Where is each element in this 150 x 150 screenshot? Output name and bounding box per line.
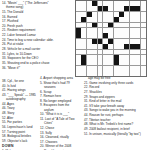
grid-cell[interactable] <box>98 12 103 17</box>
grid-cell[interactable] <box>87 60 92 65</box>
grid-cell[interactable] <box>98 66 103 71</box>
grid-cell[interactable] <box>103 39 108 44</box>
crossword-puzzle-page: 14. "Movin' ___" ("The Jeffersons" theme… <box>0 0 150 150</box>
grid-cell[interactable] <box>76 60 81 65</box>
grid-cell[interactable] <box>76 23 81 28</box>
grid-cell[interactable] <box>130 1 135 6</box>
grid-cell[interactable] <box>87 17 92 22</box>
clue-item: 46. Teary <box>2 106 38 110</box>
grid-cell[interactable] <box>108 6 113 11</box>
black-square <box>119 12 124 17</box>
black-square <box>103 33 108 38</box>
grid-cell[interactable] <box>119 6 124 11</box>
clue-item: 48. Story <box>2 111 38 115</box>
clue-item: 52. Alter <box>2 116 38 120</box>
grid-cell[interactable] <box>92 55 97 60</box>
grid-cell[interactable] <box>76 1 81 6</box>
grid-cell[interactable] <box>141 33 146 38</box>
grid-cell[interactable] <box>87 23 92 28</box>
grid-cell[interactable] <box>76 44 81 49</box>
grid-cell[interactable] <box>98 28 103 33</box>
clue-item: 43. "___ Speak" — 1985 autobiography <box>2 93 38 102</box>
black-square <box>135 6 140 11</box>
grid-cell[interactable] <box>141 1 146 6</box>
grid-cell[interactable] <box>114 44 119 49</box>
grid-cell[interactable] <box>114 66 119 71</box>
grid-cell[interactable] <box>87 28 92 33</box>
grid-cell[interactable] <box>87 33 92 38</box>
grid-cell[interactable] <box>103 55 108 60</box>
grid-cell[interactable] <box>119 39 124 44</box>
grid-cell[interactable] <box>87 6 92 11</box>
grid-cell[interactable] <box>124 66 129 71</box>
clue-item: 5. Show that's had 79 seasons <box>40 81 78 90</box>
clue-item: 43. Songs to wake you in the morning <box>84 108 147 112</box>
grid-cell[interactable] <box>130 33 135 38</box>
grid-cell[interactable] <box>114 6 119 11</box>
down-clue: 1. Mobs <box>2 149 38 150</box>
clue-item: 21. Reuben requirement <box>2 28 56 32</box>
grid-cell[interactable] <box>81 6 86 11</box>
grid-cell[interactable] <box>135 1 140 6</box>
grid-cell[interactable] <box>92 6 97 11</box>
grid-cell[interactable] <box>124 17 129 22</box>
grid-cell[interactable] <box>114 28 119 33</box>
clue-item: 16. Earned <box>2 15 56 19</box>
grid-cell[interactable] <box>124 28 129 33</box>
grid-cell[interactable] <box>87 55 92 60</box>
grid-cell[interactable] <box>141 23 146 28</box>
across-clues-column: 14. "Movin' ___" ("The Jeffersons" theme… <box>2 1 56 70</box>
grid-cell[interactable] <box>124 39 129 44</box>
clue-item: 14. "Movin' ___" ("The Jeffersons" theme… <box>2 1 56 10</box>
black-square <box>135 44 140 49</box>
grid-cell[interactable] <box>124 50 129 55</box>
clue-item: 16. Cleansed, ritually <box>40 135 78 139</box>
grid-cell[interactable] <box>119 50 124 55</box>
grid-cell[interactable] <box>81 50 86 55</box>
clue-item: 38. Cpl., for one <box>2 79 38 83</box>
clue-item: 51. In unison, musically (literally "by … <box>84 132 147 136</box>
clue-item: 13. Sully <box>40 131 78 135</box>
grid-cell[interactable] <box>103 23 108 28</box>
black-square <box>81 60 86 65</box>
grid-cell[interactable] <box>135 50 140 55</box>
grid-cell[interactable] <box>76 55 81 60</box>
grid-cell[interactable] <box>81 44 86 49</box>
grid-cell[interactable] <box>141 44 146 49</box>
black-square <box>130 44 135 49</box>
grid-cell[interactable] <box>103 17 108 22</box>
grid-cell[interactable] <box>98 55 103 60</box>
grid-cell[interactable] <box>108 66 113 71</box>
grid-cell[interactable] <box>130 28 135 33</box>
black-square <box>98 39 103 44</box>
grid-cell[interactable] <box>124 1 129 6</box>
clue-continuation-line: age may be free <box>84 76 147 80</box>
clue-item: 49. 2008 bailout recipient, in brief <box>84 127 147 131</box>
grid-cell[interactable] <box>119 44 124 49</box>
black-square <box>81 55 86 60</box>
down-section-header: DOWN <box>2 144 38 148</box>
grid-cell[interactable] <box>130 39 135 44</box>
grid-cell[interactable] <box>141 66 146 71</box>
black-square <box>108 23 113 28</box>
down-clues-column-continued: age may be free 21. Game involving only … <box>84 76 147 136</box>
grid-cell[interactable] <box>130 66 135 71</box>
grid-cell[interactable] <box>103 66 108 71</box>
clue-item: 58. Biological bristles <box>2 134 38 138</box>
grid-cell[interactable] <box>124 60 129 65</box>
clue-item: 48. What is Mr. Trebek's first name? <box>84 122 147 126</box>
clue-item: 20. Fresh push <box>2 24 56 28</box>
grid-cell[interactable] <box>87 66 92 71</box>
clue-item: 26. Put at stake <box>2 42 56 46</box>
grid-cell[interactable] <box>141 55 146 60</box>
black-square <box>92 23 97 28</box>
grid-cell[interactable] <box>76 6 81 11</box>
grid-cell[interactable] <box>108 60 113 65</box>
grid-cell[interactable] <box>108 17 113 22</box>
black-square <box>81 17 86 22</box>
grid-cell[interactable] <box>87 1 92 6</box>
grid-cell[interactable] <box>87 44 92 49</box>
clue-item: 20. Winner of the 2008 Republican primar… <box>40 144 78 150</box>
clue-item: 55. For parties <box>2 120 38 124</box>
grid-cell[interactable] <box>124 33 129 38</box>
grid-cell[interactable] <box>130 12 135 17</box>
grid-cell[interactable] <box>119 28 124 33</box>
grid-cell[interactable] <box>114 23 119 28</box>
clue-item: 31. Lyles, to 10-Down <box>2 52 56 56</box>
grid-cell[interactable] <box>76 50 81 55</box>
grid-cell[interactable] <box>76 66 81 71</box>
black-square <box>103 6 108 11</box>
black-square <box>108 39 113 44</box>
grid-cell[interactable] <box>92 44 97 49</box>
clue-item: 9. Escapees from the asylum <box>40 103 78 112</box>
black-square <box>76 33 81 38</box>
clue-item: 12. Chose <box>40 126 78 130</box>
grid-cell[interactable] <box>135 60 140 65</box>
grid-cell[interactable] <box>114 50 119 55</box>
grid-cell[interactable] <box>119 1 124 6</box>
black-square <box>98 6 103 11</box>
grid-cell[interactable] <box>130 17 135 22</box>
grid-cell[interactable] <box>98 1 103 6</box>
clue-item: 29. Snaps and zippers <box>84 95 147 99</box>
clue-item: 21. Game involving only three cards <box>84 81 147 85</box>
grid-cell[interactable] <box>108 44 113 49</box>
black-square <box>114 17 119 22</box>
clue-item: 57. Turning point <box>2 130 38 134</box>
grid-cell[interactable] <box>141 17 146 22</box>
grid-cell[interactable] <box>114 39 119 44</box>
black-square <box>87 12 92 17</box>
clue-item: 28. Vehicle for a mail carrier <box>2 47 56 51</box>
grid-cell[interactable] <box>135 39 140 44</box>
clue-item: 41. Having wings <box>2 88 38 92</box>
grid-cell[interactable] <box>114 1 119 6</box>
clue-item: 36. "Move it!" <box>2 66 56 70</box>
grid-cell[interactable] <box>81 1 86 6</box>
clue-item: 35. Shouting end to a police chase <box>2 61 56 65</box>
grid-cell[interactable] <box>108 1 113 6</box>
crossword-grid <box>75 0 147 77</box>
grid-cell[interactable] <box>81 39 86 44</box>
grid-cell[interactable] <box>141 50 146 55</box>
grid-cell[interactable] <box>124 23 129 28</box>
black-square <box>76 28 81 33</box>
grid-cell[interactable] <box>76 39 81 44</box>
grid-cell[interactable] <box>81 23 86 28</box>
grid-cell[interactable] <box>87 39 92 44</box>
grid-cell[interactable] <box>98 50 103 55</box>
clue-item: 22. Record <box>84 85 147 89</box>
grid-cell[interactable] <box>98 33 103 38</box>
down-clues-column: 4. Airport shopping area5. Show that's h… <box>40 76 78 150</box>
black-square <box>92 39 97 44</box>
grid-cell[interactable] <box>135 66 140 71</box>
grid-cell[interactable] <box>98 60 103 65</box>
grid-cell[interactable] <box>108 12 113 17</box>
grid-cell[interactable] <box>130 50 135 55</box>
clue-item: 17. Chooses <box>40 140 78 144</box>
grid-cell[interactable] <box>103 1 108 6</box>
grid-cell[interactable] <box>81 33 86 38</box>
grid-cell[interactable] <box>92 28 97 33</box>
clue-item: 24. Time to buy a new calendar: abbr. <box>2 38 56 42</box>
grid-cell[interactable] <box>114 33 119 38</box>
grid-cell[interactable] <box>130 55 135 60</box>
clue-item: 27. Shackles <box>84 90 147 94</box>
grid-cell[interactable] <box>119 60 124 65</box>
clue-item: 44. Reason for rust, perhaps <box>84 113 147 117</box>
grid-cell[interactable] <box>92 17 97 22</box>
black-square <box>124 44 129 49</box>
grid-cell[interactable] <box>141 6 146 11</box>
grid-cell[interactable] <box>108 33 113 38</box>
grid-cell[interactable] <box>108 55 113 60</box>
grid-cell[interactable] <box>108 50 113 55</box>
clue-item: 41. It'll take your breath away <box>84 104 147 108</box>
grid-cell[interactable] <box>108 28 113 33</box>
clue-item: 11. Last of "A Tale of Two Cities" <box>40 117 78 126</box>
grid-cell[interactable] <box>141 12 146 17</box>
clue-item: 8. No longer employed <box>40 99 78 103</box>
grid-cell[interactable] <box>114 12 119 17</box>
grid-cell[interactable] <box>119 23 124 28</box>
grid-cell[interactable] <box>135 33 140 38</box>
grid-cell[interactable] <box>135 17 140 22</box>
grid-cell[interactable] <box>130 60 135 65</box>
grid-cell[interactable] <box>92 50 97 55</box>
clue-list: 38. Cpl., for one40. Is livid41. Having … <box>2 79 38 143</box>
grid-cell[interactable] <box>76 12 81 17</box>
grid-cell[interactable] <box>92 33 97 38</box>
grid-cell[interactable] <box>119 33 124 38</box>
grid-cell[interactable] <box>124 55 129 60</box>
grid-cell[interactable] <box>135 55 140 60</box>
grid-cell[interactable] <box>98 17 103 22</box>
black-square <box>92 1 97 6</box>
clue-item: 33. Stopovers for the CEO <box>2 56 56 60</box>
grid-cell[interactable] <box>119 66 124 71</box>
clue-list: 21. Game involving only three cards22. R… <box>84 81 147 136</box>
grid-cell[interactable] <box>103 28 108 33</box>
clue-item: 15. The Donald <box>2 10 56 14</box>
grid-cell[interactable] <box>92 66 97 71</box>
clue-item: 7. Remain here <box>40 94 78 98</box>
grid-cell[interactable] <box>124 12 129 17</box>
grid-cell[interactable] <box>135 28 140 33</box>
across-clues-column-continued: 38. Cpl., for one40. Is livid41. Having … <box>2 79 38 150</box>
grid-cell[interactable] <box>119 17 124 22</box>
grid-cell[interactable] <box>130 23 135 28</box>
black-square <box>114 60 119 65</box>
grid-cell[interactable] <box>141 28 146 33</box>
clue-item: 44. Ages <box>2 102 38 106</box>
grid-cell[interactable] <box>87 50 92 55</box>
grid-cell[interactable] <box>81 28 86 33</box>
clue-item: 59. Objector's lack <box>2 139 38 143</box>
clue-item: 17. Flushed <box>2 19 56 23</box>
clue-item: 10. "What it is is ___" <box>40 112 78 116</box>
grid-cell[interactable] <box>92 12 97 17</box>
grid-cell[interactable] <box>81 12 86 17</box>
grid-cell[interactable] <box>119 55 124 60</box>
grid-cell[interactable] <box>135 23 140 28</box>
grid-cell[interactable] <box>103 12 108 17</box>
grid-cell[interactable] <box>141 60 146 65</box>
black-square <box>103 44 108 49</box>
clue-item: 56. Leprechaun's land <box>2 125 38 129</box>
black-square <box>124 6 129 11</box>
grid-cell[interactable] <box>98 23 103 28</box>
clue-item: 40. Is livid <box>2 84 38 88</box>
clue-item: 4. Airport shopping area <box>40 76 78 80</box>
grid-cell[interactable] <box>76 17 81 22</box>
clue-item: 47. Tibetan teacher <box>84 118 147 122</box>
grid-cell[interactable] <box>103 50 108 55</box>
clue-item: 31. Kind of letter in the mail <box>84 99 147 103</box>
black-square <box>130 6 135 11</box>
clue-item: 6. Scrap <box>40 90 78 94</box>
grid-cell[interactable] <box>135 12 140 17</box>
grid-cell[interactable] <box>81 66 86 71</box>
grid-cell[interactable] <box>98 44 103 49</box>
grid-cell[interactable] <box>92 60 97 65</box>
clue-item: 22. Laker forward Lamar <box>2 33 56 37</box>
grid-cell[interactable] <box>103 60 108 65</box>
grid-cell[interactable] <box>141 39 146 44</box>
black-square <box>114 55 119 60</box>
